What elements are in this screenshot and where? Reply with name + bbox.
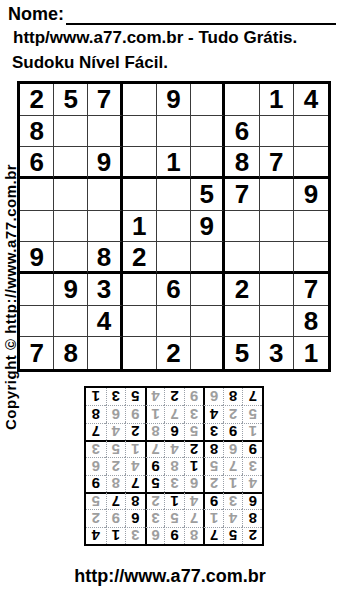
solution-cell-r6c2: 6 bbox=[223, 440, 243, 457]
puzzle-cell-r6c2[interactable] bbox=[54, 242, 88, 274]
solution-cell-r8c6: 1 bbox=[145, 405, 165, 422]
puzzle-cell-r5c8[interactable] bbox=[260, 211, 294, 243]
solution-cell-r8c8: 6 bbox=[106, 405, 126, 422]
solution-cell-r5c7: 4 bbox=[125, 457, 145, 474]
puzzle-cell-r7c7: 2 bbox=[225, 274, 259, 306]
puzzle-cell-r5c3[interactable] bbox=[88, 211, 122, 243]
puzzle-cell-r2c1: 8 bbox=[20, 116, 54, 148]
solution-cell-r4c6: 5 bbox=[145, 475, 165, 492]
puzzle-cell-r9c8: 3 bbox=[260, 337, 294, 369]
solution-cell-r2c4: 7 bbox=[184, 509, 204, 526]
puzzle-cell-r3c4[interactable] bbox=[123, 147, 157, 179]
puzzle-cell-r8c8[interactable] bbox=[260, 306, 294, 338]
puzzle-cell-r9c4[interactable] bbox=[123, 337, 157, 369]
puzzle-cell-r8c6[interactable] bbox=[191, 306, 225, 338]
puzzle-cell-r3c2[interactable] bbox=[54, 147, 88, 179]
puzzle-cell-r3c9[interactable] bbox=[294, 147, 328, 179]
puzzle-cell-r6c7[interactable] bbox=[225, 242, 259, 274]
solution-cell-r2c3: 1 bbox=[203, 509, 223, 526]
solution-cell-r3c5: 1 bbox=[164, 492, 184, 509]
puzzle-cell-r1c9: 4 bbox=[294, 84, 328, 116]
solution-cell-r5c6: 9 bbox=[145, 457, 165, 474]
puzzle-cell-r8c2[interactable] bbox=[54, 306, 88, 338]
solution-cell-r7c8: 4 bbox=[106, 423, 126, 440]
solution-cell-r6c8: 5 bbox=[106, 440, 126, 457]
puzzle-cell-r6c5[interactable] bbox=[157, 242, 191, 274]
solution-cell-r2c1: 8 bbox=[242, 509, 262, 526]
solution-cell-r2c6: 3 bbox=[145, 509, 165, 526]
puzzle-cell-r2c9[interactable] bbox=[294, 116, 328, 148]
puzzle-cell-r5c9[interactable] bbox=[294, 211, 328, 243]
solution-cell-r1c6: 6 bbox=[145, 527, 165, 544]
solution-cell-r3c4: 4 bbox=[184, 492, 204, 509]
name-label: Nome: bbox=[8, 4, 64, 25]
solution-cell-r7c5: 6 bbox=[164, 423, 184, 440]
solution-cell-r7c7: 2 bbox=[125, 423, 145, 440]
solution-cell-r4c7: 7 bbox=[125, 475, 145, 492]
name-underline bbox=[66, 5, 336, 25]
puzzle-cell-r1c8: 1 bbox=[260, 84, 294, 116]
solution-cell-r9c6: 4 bbox=[145, 388, 165, 405]
solution-cell-r4c8: 8 bbox=[106, 475, 126, 492]
solution-cell-r9c3: 6 bbox=[203, 388, 223, 405]
solution-cell-r8c7: 9 bbox=[125, 405, 145, 422]
puzzle-cell-r5c5[interactable] bbox=[157, 211, 191, 243]
puzzle-cell-r7c2: 9 bbox=[54, 274, 88, 306]
puzzle-cell-r3c5: 1 bbox=[157, 147, 191, 179]
solution-cell-r2c5: 5 bbox=[164, 509, 184, 526]
solution-cell-r1c9: 4 bbox=[86, 527, 106, 544]
solution-cell-r3c6: 2 bbox=[145, 492, 165, 509]
puzzle-cell-r1c7[interactable] bbox=[225, 84, 259, 116]
puzzle-cell-r4c6: 5 bbox=[191, 179, 225, 211]
puzzle-cell-r5c7[interactable] bbox=[225, 211, 259, 243]
solution-cell-r3c7: 8 bbox=[125, 492, 145, 509]
puzzle-cell-r6c3: 8 bbox=[88, 242, 122, 274]
solution-cell-r2c8: 9 bbox=[106, 509, 126, 526]
solution-cell-r7c6: 8 bbox=[145, 423, 165, 440]
puzzle-cell-r8c9: 8 bbox=[294, 306, 328, 338]
solution-cell-r9c4: 9 bbox=[184, 388, 204, 405]
solution-cell-r6c4: 2 bbox=[184, 440, 204, 457]
puzzle-cell-r1c4[interactable] bbox=[123, 84, 157, 116]
puzzle-cell-r2c6[interactable] bbox=[191, 116, 225, 148]
sudoku-solution-grid-rotated: 2578963148417536926394128754126357893751… bbox=[84, 386, 264, 546]
puzzle-cell-r7c8[interactable] bbox=[260, 274, 294, 306]
solution-cell-r7c9: 7 bbox=[86, 423, 106, 440]
solution-cell-r3c2: 3 bbox=[223, 492, 243, 509]
puzzle-cell-r8c1[interactable] bbox=[20, 306, 54, 338]
solution-cell-r9c5: 2 bbox=[164, 388, 184, 405]
puzzle-cell-r6c6[interactable] bbox=[191, 242, 225, 274]
puzzle-cell-r7c3: 3 bbox=[88, 274, 122, 306]
puzzle-cell-r9c1: 7 bbox=[20, 337, 54, 369]
puzzle-cell-r9c7: 5 bbox=[225, 337, 259, 369]
puzzle-cell-r3c3: 9 bbox=[88, 147, 122, 179]
solution-cell-r4c4: 6 bbox=[184, 475, 204, 492]
puzzle-cell-r9c2: 8 bbox=[54, 337, 88, 369]
puzzle-cell-r4c9: 9 bbox=[294, 179, 328, 211]
solution-cell-r7c1: 1 bbox=[242, 423, 262, 440]
solution-cell-r9c9: 1 bbox=[86, 388, 106, 405]
solution-cell-r5c5: 8 bbox=[164, 457, 184, 474]
solution-cell-r4c1: 4 bbox=[242, 475, 262, 492]
solution-cell-r3c9: 5 bbox=[86, 492, 106, 509]
puzzle-cell-r2c4[interactable] bbox=[123, 116, 157, 148]
solution-cell-r4c5: 3 bbox=[164, 475, 184, 492]
solution-cell-r1c7: 3 bbox=[125, 527, 145, 544]
name-row: Nome: bbox=[8, 4, 336, 25]
puzzle-cell-r6c4: 2 bbox=[123, 242, 157, 274]
puzzle-cell-r4c1[interactable] bbox=[20, 179, 54, 211]
puzzle-cell-r6c9[interactable] bbox=[294, 242, 328, 274]
solution-cell-r7c4: 5 bbox=[184, 423, 204, 440]
sudoku-puzzle-grid: 2579148669187579199829362748782531 bbox=[17, 81, 331, 372]
solution-cell-r5c9: 6 bbox=[86, 457, 106, 474]
puzzle-cell-r1c3: 7 bbox=[88, 84, 122, 116]
puzzle-cell-r7c1[interactable] bbox=[20, 274, 54, 306]
solution-cell-r1c1: 2 bbox=[242, 527, 262, 544]
puzzle-cell-r3c8: 7 bbox=[260, 147, 294, 179]
solution-cell-r8c1: 5 bbox=[242, 405, 262, 422]
puzzle-cell-r9c9: 1 bbox=[294, 337, 328, 369]
puzzle-cell-r5c1[interactable] bbox=[20, 211, 54, 243]
puzzle-cell-r4c5[interactable] bbox=[157, 179, 191, 211]
puzzle-cell-r2c7: 6 bbox=[225, 116, 259, 148]
solution-cell-r4c3: 2 bbox=[203, 475, 223, 492]
solution-cell-r7c2: 9 bbox=[223, 423, 243, 440]
puzzle-cell-r4c8[interactable] bbox=[260, 179, 294, 211]
puzzle-cell-r9c3[interactable] bbox=[88, 337, 122, 369]
solution-cell-r7c3: 3 bbox=[203, 423, 223, 440]
puzzle-cell-r6c1: 9 bbox=[20, 242, 54, 274]
puzzle-cell-r2c3[interactable] bbox=[88, 116, 122, 148]
footer-url: http://www.a77.com.br bbox=[0, 566, 340, 587]
solution-cell-r2c9: 2 bbox=[86, 509, 106, 526]
copyright-vertical-text: Copyright © http://www.a77.com.br bbox=[2, 94, 17, 430]
puzzle-cell-r4c3[interactable] bbox=[88, 179, 122, 211]
solution-cell-r8c9: 8 bbox=[86, 405, 106, 422]
puzzle-cell-r4c2[interactable] bbox=[54, 179, 88, 211]
site-title: http/www.a77.com.br - Tudo Grátis. bbox=[13, 28, 297, 48]
solution-cell-r5c1: 3 bbox=[242, 457, 262, 474]
solution-cell-r8c2: 2 bbox=[223, 405, 243, 422]
puzzle-cell-r7c6[interactable] bbox=[191, 274, 225, 306]
solution-cell-r6c7: 1 bbox=[125, 440, 145, 457]
solution-cell-r9c7: 5 bbox=[125, 388, 145, 405]
puzzle-cell-r1c2: 5 bbox=[54, 84, 88, 116]
puzzle-cell-r2c5[interactable] bbox=[157, 116, 191, 148]
solution-cell-r5c2: 7 bbox=[223, 457, 243, 474]
solution-cell-r5c8: 2 bbox=[106, 457, 126, 474]
puzzle-cell-r5c2[interactable] bbox=[54, 211, 88, 243]
solution-cell-r3c3: 9 bbox=[203, 492, 223, 509]
puzzle-cell-r7c4[interactable] bbox=[123, 274, 157, 306]
solution-cell-r6c5: 4 bbox=[164, 440, 184, 457]
solution-cell-r6c1: 9 bbox=[242, 440, 262, 457]
puzzle-cell-r7c9: 7 bbox=[294, 274, 328, 306]
solution-cell-r1c8: 1 bbox=[106, 527, 126, 544]
puzzle-cell-r8c5[interactable] bbox=[157, 306, 191, 338]
solution-cell-r2c7: 6 bbox=[125, 509, 145, 526]
puzzle-cell-r2c8[interactable] bbox=[260, 116, 294, 148]
solution-cell-r8c4: 3 bbox=[184, 405, 204, 422]
solution-cell-r1c2: 5 bbox=[223, 527, 243, 544]
solution-cell-r9c8: 3 bbox=[106, 388, 126, 405]
solution-cell-r8c5: 7 bbox=[164, 405, 184, 422]
solution-cell-r3c1: 6 bbox=[242, 492, 262, 509]
solution-cell-r5c4: 1 bbox=[184, 457, 204, 474]
puzzle-cell-r3c6[interactable] bbox=[191, 147, 225, 179]
solution-cell-r1c5: 9 bbox=[164, 527, 184, 544]
solution-cell-r3c8: 7 bbox=[106, 492, 126, 509]
puzzle-cell-r4c4[interactable] bbox=[123, 179, 157, 211]
solution-cell-r5c3: 5 bbox=[203, 457, 223, 474]
puzzle-cell-r5c4: 1 bbox=[123, 211, 157, 243]
puzzle-cell-r3c1: 6 bbox=[20, 147, 54, 179]
solution-cell-r4c9: 9 bbox=[86, 475, 106, 492]
puzzle-cell-r5c6: 9 bbox=[191, 211, 225, 243]
solution-cell-r6c3: 8 bbox=[203, 440, 223, 457]
puzzle-cell-r6c8[interactable] bbox=[260, 242, 294, 274]
solution-cell-r6c9: 3 bbox=[86, 440, 106, 457]
solution-cell-r9c2: 8 bbox=[223, 388, 243, 405]
puzzle-cell-r7c5: 6 bbox=[157, 274, 191, 306]
solution-cell-r1c3: 7 bbox=[203, 527, 223, 544]
puzzle-cell-r8c4[interactable] bbox=[123, 306, 157, 338]
puzzle-cell-r2c2[interactable] bbox=[54, 116, 88, 148]
sudoku-print-page: Nome: http/www.a77.com.br - Tudo Grátis.… bbox=[0, 0, 340, 596]
puzzle-cell-r3c7: 8 bbox=[225, 147, 259, 179]
puzzle-cell-r1c1: 2 bbox=[20, 84, 54, 116]
puzzle-level-title: Sudoku Nível Fácil. bbox=[12, 53, 168, 73]
puzzle-cell-r9c5: 2 bbox=[157, 337, 191, 369]
puzzle-cell-r1c6[interactable] bbox=[191, 84, 225, 116]
puzzle-cell-r1c5: 9 bbox=[157, 84, 191, 116]
solution-cell-r6c6: 7 bbox=[145, 440, 165, 457]
solution-cell-r1c4: 8 bbox=[184, 527, 204, 544]
solution-cell-r9c1: 7 bbox=[242, 388, 262, 405]
solution-cell-r4c2: 1 bbox=[223, 475, 243, 492]
puzzle-cell-r8c7[interactable] bbox=[225, 306, 259, 338]
puzzle-cell-r4c7: 7 bbox=[225, 179, 259, 211]
solution-cell-r8c3: 4 bbox=[203, 405, 223, 422]
puzzle-cell-r9c6[interactable] bbox=[191, 337, 225, 369]
solution-cell-r2c2: 4 bbox=[223, 509, 243, 526]
puzzle-cell-r8c3: 4 bbox=[88, 306, 122, 338]
